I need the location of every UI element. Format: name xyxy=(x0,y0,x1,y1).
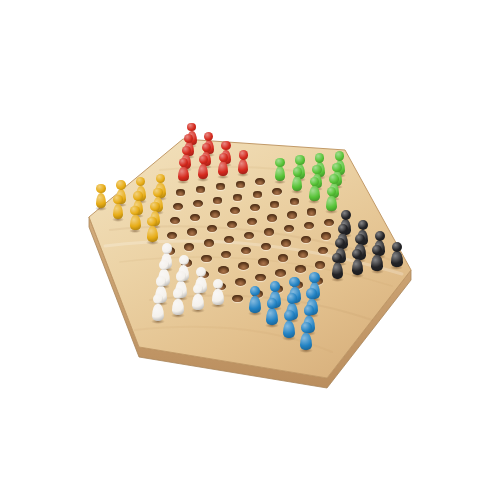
peg-white xyxy=(212,279,224,307)
peg-yellow xyxy=(96,184,107,209)
board-hole xyxy=(250,204,260,211)
peg-body xyxy=(275,166,285,181)
peg-head xyxy=(341,210,351,220)
peg-body xyxy=(178,167,188,182)
peg-head xyxy=(133,191,143,201)
board-hole xyxy=(236,181,246,188)
peg-head xyxy=(113,195,123,205)
board-hole xyxy=(287,211,297,218)
peg-head xyxy=(301,322,312,333)
peg-head xyxy=(392,242,402,252)
product-photo xyxy=(0,0,500,500)
board-hole xyxy=(255,274,266,282)
board-hole xyxy=(318,247,328,255)
peg-green xyxy=(292,167,302,192)
peg-head xyxy=(179,158,188,167)
board-hole xyxy=(247,218,257,225)
board-hole xyxy=(190,214,200,221)
peg-head xyxy=(213,279,223,289)
peg-head xyxy=(199,155,208,164)
board-hole xyxy=(224,236,234,243)
board-hole xyxy=(275,269,286,277)
peg-head xyxy=(162,243,172,253)
board-hole xyxy=(204,239,214,247)
board-hole xyxy=(315,261,325,269)
peg-head xyxy=(332,163,341,172)
board-hole xyxy=(187,228,197,235)
board-hole xyxy=(301,236,311,243)
peg-yellow xyxy=(113,195,124,220)
peg-body xyxy=(249,296,261,313)
peg-black xyxy=(352,249,363,276)
board-hole xyxy=(324,219,334,226)
board-hole xyxy=(216,183,226,190)
peg-head xyxy=(304,305,315,316)
board-hole xyxy=(221,251,231,259)
board-hole xyxy=(167,232,177,239)
board-hole xyxy=(307,208,317,215)
peg-blue xyxy=(283,310,295,338)
peg-blue xyxy=(266,298,278,326)
peg-body xyxy=(283,321,295,338)
peg-head xyxy=(153,188,163,198)
peg-body xyxy=(198,164,208,179)
board-hole xyxy=(213,197,223,204)
peg-body xyxy=(300,333,312,350)
peg-head xyxy=(352,249,362,259)
peg-head xyxy=(187,123,196,132)
peg-head xyxy=(156,276,166,286)
peg-head xyxy=(327,187,337,197)
board-hole xyxy=(272,188,282,195)
peg-head xyxy=(295,155,304,164)
board-hole xyxy=(230,207,240,214)
board-hole xyxy=(210,210,220,217)
board-hole xyxy=(201,255,211,263)
peg-head xyxy=(219,153,228,162)
board-hole xyxy=(270,201,280,208)
board-hole xyxy=(298,250,308,258)
peg-head xyxy=(182,146,191,155)
peg-head xyxy=(202,143,211,152)
peg-head xyxy=(156,174,165,183)
peg-head xyxy=(309,272,319,282)
peg-body xyxy=(152,304,164,321)
peg-head xyxy=(96,184,105,193)
peg-red xyxy=(178,158,188,182)
board-hole xyxy=(258,258,268,266)
board-hole xyxy=(233,194,243,201)
board-hole xyxy=(193,200,203,207)
peg-head xyxy=(159,260,169,270)
peg-white xyxy=(152,294,164,322)
peg-red xyxy=(198,155,208,179)
peg-body xyxy=(212,289,224,306)
board-hole xyxy=(196,186,206,193)
peg-head xyxy=(284,310,295,321)
board-hole xyxy=(281,239,291,247)
peg-head xyxy=(312,165,321,174)
board-hole xyxy=(255,178,265,185)
peg-head xyxy=(150,202,160,212)
peg-head xyxy=(130,206,140,216)
peg-head xyxy=(335,238,345,248)
board-hole xyxy=(170,217,180,224)
peg-head xyxy=(250,286,261,297)
board-hole xyxy=(321,232,331,239)
board-hole xyxy=(284,225,294,232)
peg-head xyxy=(179,255,189,265)
peg-head xyxy=(372,245,382,255)
peg-head xyxy=(287,293,298,304)
peg-body xyxy=(113,204,124,219)
peg-blue xyxy=(300,322,312,351)
peg-body xyxy=(96,193,107,208)
board-hole xyxy=(173,203,183,210)
board-hole xyxy=(238,262,248,270)
peg-layer xyxy=(0,0,500,500)
peg-head xyxy=(196,267,206,277)
peg-head xyxy=(270,281,281,292)
peg-red xyxy=(238,150,248,174)
board-hole xyxy=(278,254,288,262)
peg-head xyxy=(184,134,193,143)
board-hole xyxy=(261,243,271,251)
peg-green xyxy=(275,158,285,182)
peg-body xyxy=(326,196,337,211)
board-hole xyxy=(235,278,246,286)
peg-body xyxy=(147,226,158,242)
board-hole xyxy=(184,243,194,251)
peg-head xyxy=(176,271,186,281)
peg-head xyxy=(173,288,184,299)
peg-head xyxy=(221,141,230,150)
peg-head xyxy=(275,158,284,167)
board-hole xyxy=(295,265,305,273)
peg-white xyxy=(172,288,184,316)
peg-head xyxy=(329,174,338,183)
board-hole xyxy=(304,222,314,229)
peg-head xyxy=(293,167,302,176)
peg-head xyxy=(338,224,348,234)
board-hole xyxy=(264,228,274,235)
peg-body xyxy=(238,159,248,173)
peg-black xyxy=(391,242,402,269)
peg-blue xyxy=(249,286,261,314)
board-hole xyxy=(244,232,254,239)
peg-red xyxy=(218,153,228,177)
peg-head xyxy=(239,150,248,159)
board-hole xyxy=(290,198,300,205)
board-hole xyxy=(241,247,251,255)
peg-body xyxy=(292,176,302,191)
peg-body xyxy=(309,186,319,201)
board-hole xyxy=(227,221,237,228)
peg-body xyxy=(218,161,228,175)
peg-body xyxy=(371,255,382,271)
peg-head xyxy=(204,132,213,141)
peg-body xyxy=(266,308,278,325)
peg-yellow xyxy=(130,206,141,232)
peg-head xyxy=(147,217,157,227)
peg-body xyxy=(130,215,141,230)
board-hole xyxy=(267,214,277,221)
peg-white xyxy=(192,284,204,312)
peg-head xyxy=(335,151,344,160)
peg-head xyxy=(116,180,125,189)
board-hole xyxy=(207,225,217,232)
peg-body xyxy=(172,299,184,316)
peg-body xyxy=(352,259,363,275)
peg-head xyxy=(193,284,204,295)
peg-black xyxy=(371,245,382,272)
peg-head xyxy=(310,177,319,186)
peg-body xyxy=(332,262,343,278)
board-hole xyxy=(232,295,243,303)
peg-green xyxy=(309,177,319,202)
peg-black xyxy=(332,253,343,280)
peg-head xyxy=(306,288,317,299)
board-hole xyxy=(176,189,186,196)
peg-head xyxy=(136,177,145,186)
peg-head xyxy=(332,253,342,263)
board-hole xyxy=(253,191,263,198)
board-hole xyxy=(218,266,228,274)
peg-head xyxy=(153,294,164,305)
peg-body xyxy=(192,294,204,311)
peg-head xyxy=(355,234,365,244)
peg-head xyxy=(289,277,299,287)
peg-head xyxy=(375,231,385,241)
peg-green xyxy=(326,187,337,212)
peg-head xyxy=(358,220,368,230)
peg-body xyxy=(391,251,402,267)
peg-head xyxy=(267,298,278,309)
peg-yellow xyxy=(147,217,158,243)
peg-head xyxy=(315,153,324,162)
